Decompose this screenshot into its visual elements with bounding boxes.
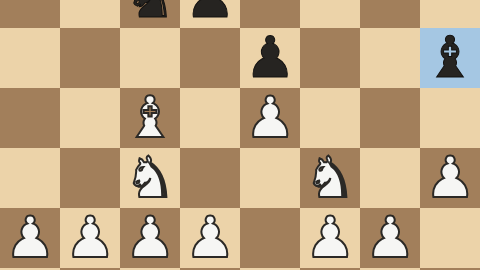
square-h3[interactable]: ♟ bbox=[420, 148, 480, 208]
chess-board-viewport: ♞♟♟♝♝♟♞♞♟♟♟♟♟♟♟ bbox=[0, 0, 480, 270]
square-f4[interactable] bbox=[300, 88, 360, 148]
square-a5[interactable] bbox=[0, 28, 60, 88]
square-c6[interactable]: ♞ bbox=[120, 0, 180, 28]
square-f5[interactable] bbox=[300, 28, 360, 88]
square-a4[interactable] bbox=[0, 88, 60, 148]
white-bishop-c4[interactable]: ♝ bbox=[124, 87, 175, 147]
square-e4[interactable]: ♟ bbox=[240, 88, 300, 148]
black-bishop-h5[interactable]: ♝ bbox=[424, 27, 475, 87]
square-g4[interactable] bbox=[360, 88, 420, 148]
square-d2[interactable]: ♟ bbox=[180, 208, 240, 268]
square-h4[interactable] bbox=[420, 88, 480, 148]
square-a3[interactable] bbox=[0, 148, 60, 208]
square-a2[interactable]: ♟ bbox=[0, 208, 60, 268]
square-e3[interactable] bbox=[240, 148, 300, 208]
square-d4[interactable] bbox=[180, 88, 240, 148]
square-a6[interactable] bbox=[0, 0, 60, 28]
square-g3[interactable] bbox=[360, 148, 420, 208]
white-pawn-c2[interactable]: ♟ bbox=[124, 207, 175, 267]
white-knight-c3[interactable]: ♞ bbox=[124, 147, 175, 207]
white-pawn-d2[interactable]: ♟ bbox=[184, 207, 235, 267]
square-d3[interactable] bbox=[180, 148, 240, 208]
square-f2[interactable]: ♟ bbox=[300, 208, 360, 268]
square-c2[interactable]: ♟ bbox=[120, 208, 180, 268]
white-knight-f3[interactable]: ♞ bbox=[304, 147, 355, 207]
square-b5[interactable] bbox=[60, 28, 120, 88]
square-d5[interactable] bbox=[180, 28, 240, 88]
square-b6[interactable] bbox=[60, 0, 120, 28]
square-h5[interactable]: ♝ bbox=[420, 28, 480, 88]
square-g5[interactable] bbox=[360, 28, 420, 88]
white-pawn-a2[interactable]: ♟ bbox=[4, 207, 55, 267]
white-pawn-e4[interactable]: ♟ bbox=[244, 87, 295, 147]
white-pawn-g2[interactable]: ♟ bbox=[364, 207, 415, 267]
white-pawn-f2[interactable]: ♟ bbox=[304, 207, 355, 267]
square-d6[interactable]: ♟ bbox=[180, 0, 240, 28]
square-c4[interactable]: ♝ bbox=[120, 88, 180, 148]
black-knight-c6[interactable]: ♞ bbox=[124, 0, 175, 27]
square-e5[interactable]: ♟ bbox=[240, 28, 300, 88]
black-pawn-e5[interactable]: ♟ bbox=[244, 27, 295, 87]
white-pawn-h3[interactable]: ♟ bbox=[424, 147, 475, 207]
square-b2[interactable]: ♟ bbox=[60, 208, 120, 268]
square-c3[interactable]: ♞ bbox=[120, 148, 180, 208]
square-g2[interactable]: ♟ bbox=[360, 208, 420, 268]
white-pawn-b2[interactable]: ♟ bbox=[64, 207, 115, 267]
black-pawn-d6[interactable]: ♟ bbox=[184, 0, 235, 27]
square-c5[interactable] bbox=[120, 28, 180, 88]
square-e2[interactable] bbox=[240, 208, 300, 268]
square-f6[interactable] bbox=[300, 0, 360, 28]
chess-board[interactable]: ♞♟♟♝♝♟♞♞♟♟♟♟♟♟♟ bbox=[0, 0, 480, 270]
square-b3[interactable] bbox=[60, 148, 120, 208]
square-g6[interactable] bbox=[360, 0, 420, 28]
square-b4[interactable] bbox=[60, 88, 120, 148]
square-h2[interactable] bbox=[420, 208, 480, 268]
square-f3[interactable]: ♞ bbox=[300, 148, 360, 208]
